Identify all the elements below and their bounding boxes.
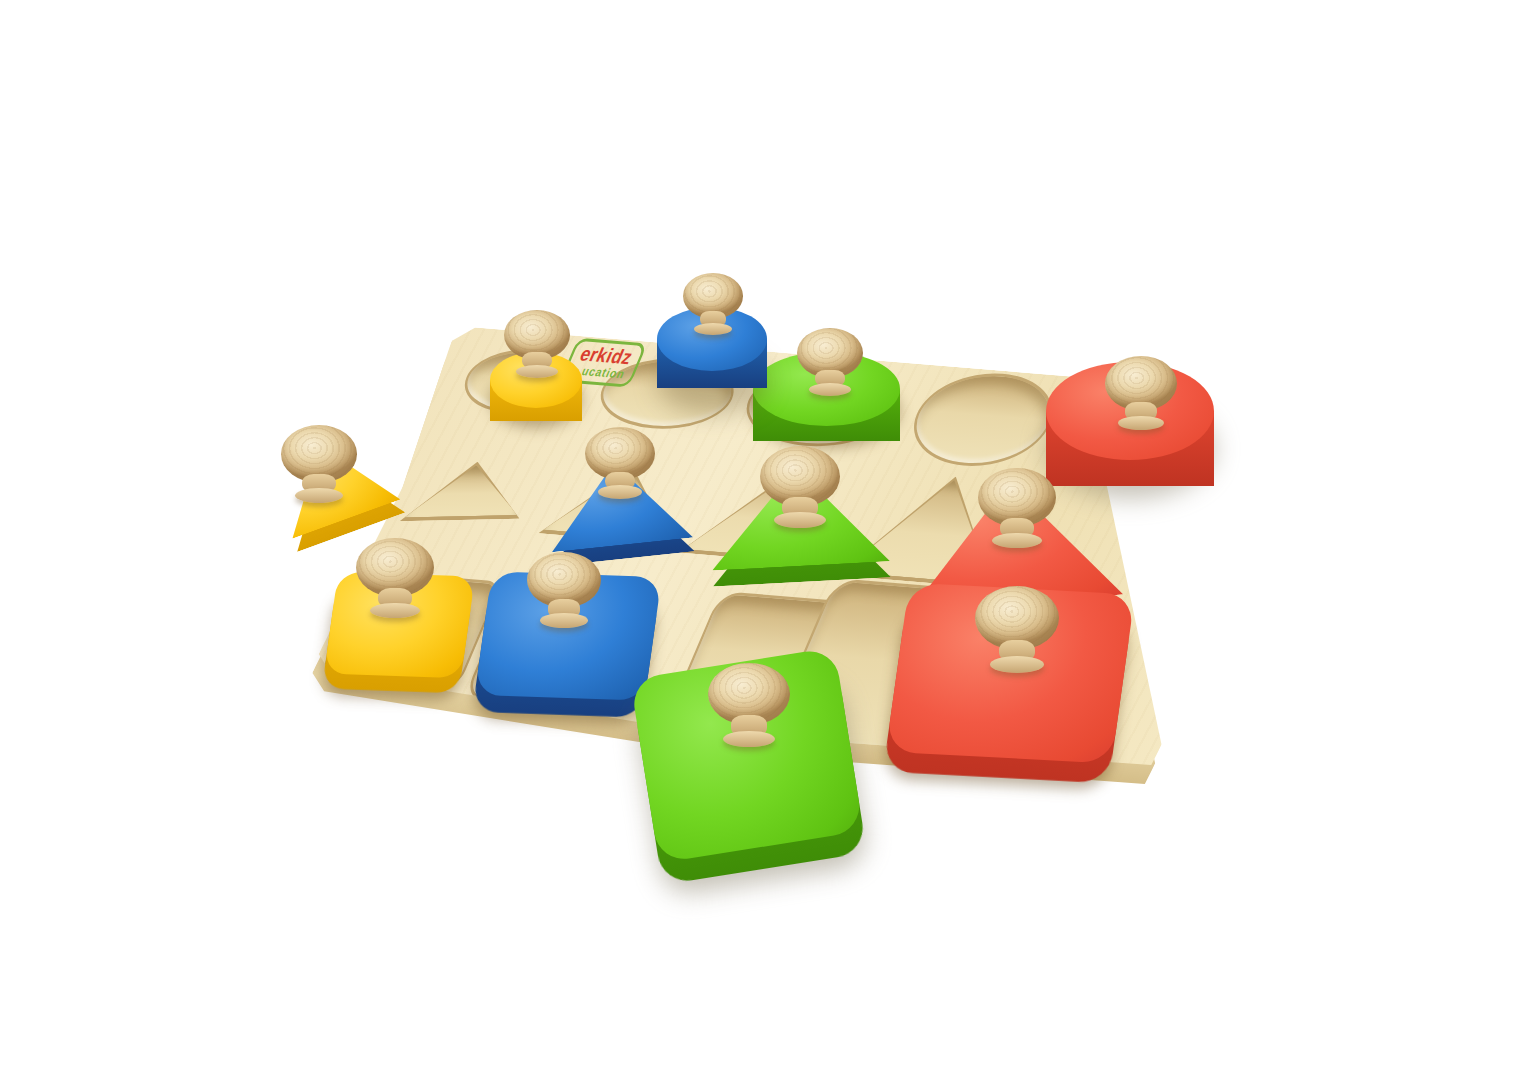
wooden-knob[interactable] [585,427,655,499]
wooden-knob[interactable] [760,446,840,528]
piece-circle-yellow-small[interactable] [490,352,582,421]
knob-base [809,383,851,396]
photo-background: erkidz ucation [0,0,1520,1090]
knob-base [540,613,587,628]
wooden-knob[interactable] [527,552,601,628]
piece-circle-red-large[interactable] [1046,362,1214,486]
knob-base [370,603,420,619]
wooden-knob[interactable] [978,468,1056,548]
piece-triangle-green[interactable] [710,468,888,582]
wooden-knob[interactable] [504,310,570,378]
knob-base [598,485,643,499]
wooden-knob[interactable] [683,273,743,335]
piece-circle-blue-lifted[interactable] [657,307,767,388]
knob-base [990,656,1044,673]
piece-square-red-large[interactable] [896,588,1122,778]
wooden-knob[interactable] [975,586,1059,673]
piece-square-green-removed[interactable] [645,662,852,870]
knob-base [694,323,732,335]
wooden-knob[interactable] [1105,356,1177,430]
knob-base [992,533,1042,549]
knob-base [774,512,825,528]
piece-circle-green[interactable] [753,352,900,441]
knob-base [295,488,344,503]
piece-square-yellow-small[interactable] [330,574,467,691]
slot-triangle-yellow-empty[interactable] [400,461,540,522]
wooden-knob[interactable] [356,538,434,618]
slot-circle-red-empty[interactable] [897,368,1069,471]
piece-square-blue[interactable] [482,574,652,715]
slot-floor [404,464,535,517]
piece-triangle-yellow-small[interactable] [278,443,393,535]
wooden-knob[interactable] [281,425,357,503]
wooden-knob[interactable] [797,328,863,396]
knob-base [1118,416,1164,430]
knob-base [516,365,558,378]
piece-triangle-blue[interactable] [548,463,690,559]
knob-base [723,731,775,747]
wooden-knob[interactable] [708,663,790,747]
